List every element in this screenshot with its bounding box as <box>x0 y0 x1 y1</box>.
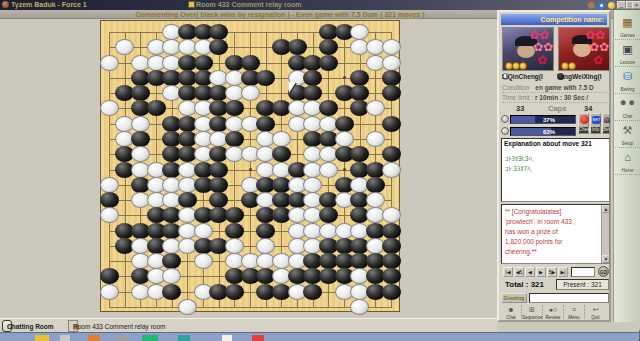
black-stone <box>100 192 119 208</box>
cheer-ball-icon <box>580 115 589 124</box>
nav-back-button[interactable]: ◀ <box>525 267 535 277</box>
black-stone <box>303 284 322 300</box>
bottom-bar-slider[interactable] <box>501 127 509 135</box>
menu-icon: ≡ <box>564 305 584 314</box>
black-stone <box>382 116 401 132</box>
taskbar-item <box>252 335 264 341</box>
white-captures-count: 33 <box>516 104 524 113</box>
close-button[interactable]: × <box>632 1 640 9</box>
nav-back5-button[interactable]: ◀5 <box>514 267 524 277</box>
captures-label: Caps <box>548 104 566 113</box>
rose-decoration: ✿ <box>593 55 603 65</box>
tv-icon: ▣ <box>615 42 640 56</box>
tab-room-433[interactable]: ▦Room 433 Comment relay room <box>68 320 78 332</box>
black-stone <box>225 284 244 300</box>
white-stone <box>350 299 369 315</box>
white-stone <box>241 85 260 101</box>
sequence-action-button[interactable]: ⊞ Sequence <box>522 305 543 321</box>
black-stone <box>366 177 385 193</box>
black-stone <box>382 146 401 162</box>
black-stone <box>147 100 166 116</box>
go-button[interactable]: GO <box>598 266 609 277</box>
minimize-button[interactable]: _ <box>617 1 626 9</box>
black-stone <box>382 253 401 269</box>
white-stone <box>100 177 119 193</box>
betting-tool-button[interactable]: ⛁ Betting <box>615 68 640 94</box>
black-stone <box>288 39 307 55</box>
explanation-line: ｺﾄﾖｾ3ﾋ3ﾊ, <box>505 155 534 162</box>
black-stone <box>303 85 322 101</box>
time-limit-row: Time limit : r 10min : 30 Sec / <box>502 94 610 103</box>
black-stone <box>319 39 338 55</box>
black-stone <box>382 238 401 254</box>
black-stone <box>131 131 150 147</box>
people-icon: ☻☻ <box>615 96 640 110</box>
cheer-button[interactable]: Cheer <box>578 113 589 134</box>
black-stone <box>303 70 322 86</box>
nav-forward-button[interactable]: ▶ <box>536 267 546 277</box>
white-stone <box>272 131 291 147</box>
black-stone <box>350 146 369 162</box>
chat-line: ** [Congratulatates] <box>505 208 561 215</box>
rose-decoration: ✿ <box>537 55 547 65</box>
black-stone <box>225 100 244 116</box>
bar-fill <box>511 116 535 123</box>
coin-icon <box>519 62 527 70</box>
white-stone <box>194 223 213 239</box>
white-stone <box>115 39 134 55</box>
black-stone <box>382 268 401 284</box>
white-stone <box>366 192 385 208</box>
nav-last-button[interactable]: ▶| <box>558 267 568 277</box>
black-player-photo: ✿✿ ✿✿ ✿ <box>558 27 610 71</box>
taskbar-item <box>178 335 190 341</box>
black-stone <box>100 268 119 284</box>
white-stone <box>225 238 244 254</box>
star-point <box>249 168 252 171</box>
bulb-icon[interactable] <box>608 2 615 9</box>
white-stone <box>100 100 119 116</box>
setup-tool-button[interactable]: ⚒ Setup <box>615 122 640 148</box>
top-bar-percent: 37% <box>543 116 555 124</box>
black-stone <box>225 131 244 147</box>
condition-row: Condition en game with 7.5 D <box>502 84 610 93</box>
app-window: Tyzem Baduk - Force 1 Room 433 Comment r… <box>0 0 640 341</box>
black-stone <box>178 192 197 208</box>
black-captures-count: 34 <box>584 104 592 113</box>
black-stone <box>319 100 338 116</box>
white-stone <box>162 268 181 284</box>
taskbar-item <box>222 335 232 341</box>
hat-icon <box>604 117 610 123</box>
chat-action-button[interactable]: ☻ Chat <box>501 305 522 321</box>
move-explanation-box: Explanation about move 321 ｺﾄﾖｾ3ﾋ3ﾊ, ｺﾄ … <box>501 138 610 202</box>
tools-icon: ⚒ <box>615 123 640 137</box>
white-stone <box>303 177 322 193</box>
quit-action-button[interactable]: ↩ Quit <box>585 305 606 321</box>
explanation-title: Explanation about move 321 <box>504 140 592 147</box>
white-stone <box>319 162 338 178</box>
black-stone <box>209 162 228 178</box>
rose-decoration: ✿✿ <box>529 30 549 40</box>
chat-line: has won a prize of <box>505 228 558 235</box>
black-stone <box>194 55 213 71</box>
black-stone <box>350 70 369 86</box>
white-stone <box>100 55 119 71</box>
black-stone <box>225 207 244 223</box>
game-info-panel: Competition name: ✿✿ ✿✿ ✿ ✿✿ ✿✿ ✿ LiQinC… <box>497 10 611 322</box>
black-stone <box>131 85 150 101</box>
black-stone <box>319 207 338 223</box>
folder-icon <box>35 335 49 341</box>
games-tool-button[interactable]: ▦ Games <box>615 14 640 40</box>
white-stone <box>382 162 401 178</box>
white-stone <box>178 299 197 315</box>
room-caption-icon <box>188 1 195 8</box>
chat-line: 1,820,000 points for <box>505 238 562 245</box>
black-stone <box>256 70 275 86</box>
room-caption: Room 433 Comment relay room <box>196 1 301 8</box>
rose-decoration: ✿✿ <box>533 42 553 52</box>
bet-badge-icon: BET <box>592 116 601 124</box>
white-stone <box>100 284 119 300</box>
black-stone <box>209 39 228 55</box>
taskbar-item <box>88 335 100 341</box>
black-stone <box>209 192 228 208</box>
cheer-percent-bar-black: 63% <box>510 127 576 136</box>
game-status-text: Commenting Over( black wins by resignati… <box>0 11 560 18</box>
bottom-bar-percent: 63% <box>543 128 555 136</box>
nav-forward5-button[interactable]: 5▶ <box>547 267 557 277</box>
white-stone <box>194 253 213 269</box>
room-tab-bar: ⌂Chatting Room ▦Room 433 Comment relay r… <box>0 318 497 332</box>
black-stone <box>382 223 401 239</box>
black-stone <box>256 116 275 132</box>
move-number-input[interactable] <box>571 267 595 277</box>
go-board[interactable] <box>100 20 400 312</box>
menu-action-button[interactable]: ≡ Menu <box>564 305 585 321</box>
coin-icon <box>568 62 576 70</box>
competition-header: Competition name: <box>501 14 607 25</box>
tab-chatting-room[interactable]: ⌂Chatting Room <box>2 320 12 332</box>
taskbar-item <box>60 335 70 341</box>
bet-button[interactable]: Bet <box>602 113 610 134</box>
go-board-icon: ▦ <box>615 15 640 29</box>
black-stone <box>209 24 228 40</box>
chat-line: 'prowtech', in room 433 , <box>505 218 575 225</box>
cheer-percent-bar-white: 37% <box>510 115 576 124</box>
chat-icon: ☻ <box>501 305 521 314</box>
white-stone <box>366 131 385 147</box>
home-tool-button[interactable]: ⌂ Home <box>615 149 640 175</box>
nav-first-button[interactable]: |◀ <box>503 267 513 277</box>
present-move-label: Present : 321 <box>556 279 609 290</box>
black-stone <box>225 223 244 239</box>
bet-info-button[interactable]: BET Info <box>590 113 601 134</box>
black-stone <box>241 55 260 71</box>
window-title: Tyzem Baduk - Force 1 <box>11 1 87 8</box>
chat-message-box[interactable]: ** [Congratulatates] 'prowtech', in room… <box>501 204 610 264</box>
black-stone <box>382 284 401 300</box>
star-point <box>343 168 346 171</box>
white-stone <box>366 100 385 116</box>
scroll-down-icon[interactable]: ▼ <box>602 255 610 263</box>
review-icon: ●○ <box>543 305 563 314</box>
explanation-line: ｺﾄ 3ﾖｵ7ﾊ, <box>505 165 532 172</box>
mouse-cursor <box>289 82 296 93</box>
black-stone <box>382 85 401 101</box>
app-icon <box>2 1 9 8</box>
black-stone <box>209 177 228 193</box>
white-stone <box>382 207 401 223</box>
black-stone <box>382 70 401 86</box>
taskbar-strip <box>0 332 640 341</box>
star-point <box>343 76 346 79</box>
rose-decoration: ✿✿ <box>585 30 605 40</box>
white-stone <box>382 55 401 71</box>
rose-decoration: ✿✿ <box>589 42 609 52</box>
white-stone <box>335 131 354 147</box>
black-stone <box>256 223 275 239</box>
black-stone <box>319 55 338 71</box>
chat-scrollbar[interactable]: ▲ ▼ <box>601 205 609 263</box>
review-action-button[interactable]: ●○ Review <box>543 305 564 321</box>
sequence-icon: ⊞ <box>522 305 542 314</box>
top-bar-slider[interactable] <box>501 115 509 123</box>
taskbar-item <box>118 335 128 341</box>
scroll-up-icon[interactable]: ▲ <box>602 205 610 213</box>
chat-tool-button[interactable]: ☻☻ Chat <box>615 95 640 121</box>
title-bar[interactable]: Tyzem Baduk - Force 1 Room 433 Comment r… <box>0 0 640 10</box>
white-stone <box>350 24 369 40</box>
black-stone <box>335 116 354 132</box>
black-stone <box>162 253 181 269</box>
white-stone <box>131 116 150 132</box>
black-stone <box>272 146 291 162</box>
taskbar-item <box>142 335 158 341</box>
white-player-photo: ✿✿ ✿✿ ✿ <box>502 27 554 71</box>
white-stone <box>256 238 275 254</box>
white-stone <box>100 207 119 223</box>
total-moves-label: Total : 321 <box>505 280 544 289</box>
house-icon: ⌂ <box>615 150 640 164</box>
white-stone <box>382 39 401 55</box>
greeting-button[interactable]: Greeting <box>501 293 527 303</box>
greeting-input[interactable] <box>529 293 609 303</box>
palette-icon[interactable] <box>588 2 595 9</box>
white-stone <box>131 146 150 162</box>
black-stone <box>162 284 181 300</box>
coins-icon: ⛁ <box>615 69 640 83</box>
quit-icon: ↩ <box>585 305 606 314</box>
black-stone <box>350 85 369 101</box>
chat-line: cheering.** <box>505 248 537 255</box>
magnifier-icon[interactable] <box>598 2 605 9</box>
side-toolbar: ▦ Games ▣ Lecture ⛁ Betting ☻☻ Chat ⚒ Se… <box>613 10 640 322</box>
lecture-tool-button[interactable]: ▣ Lecture <box>615 41 640 67</box>
